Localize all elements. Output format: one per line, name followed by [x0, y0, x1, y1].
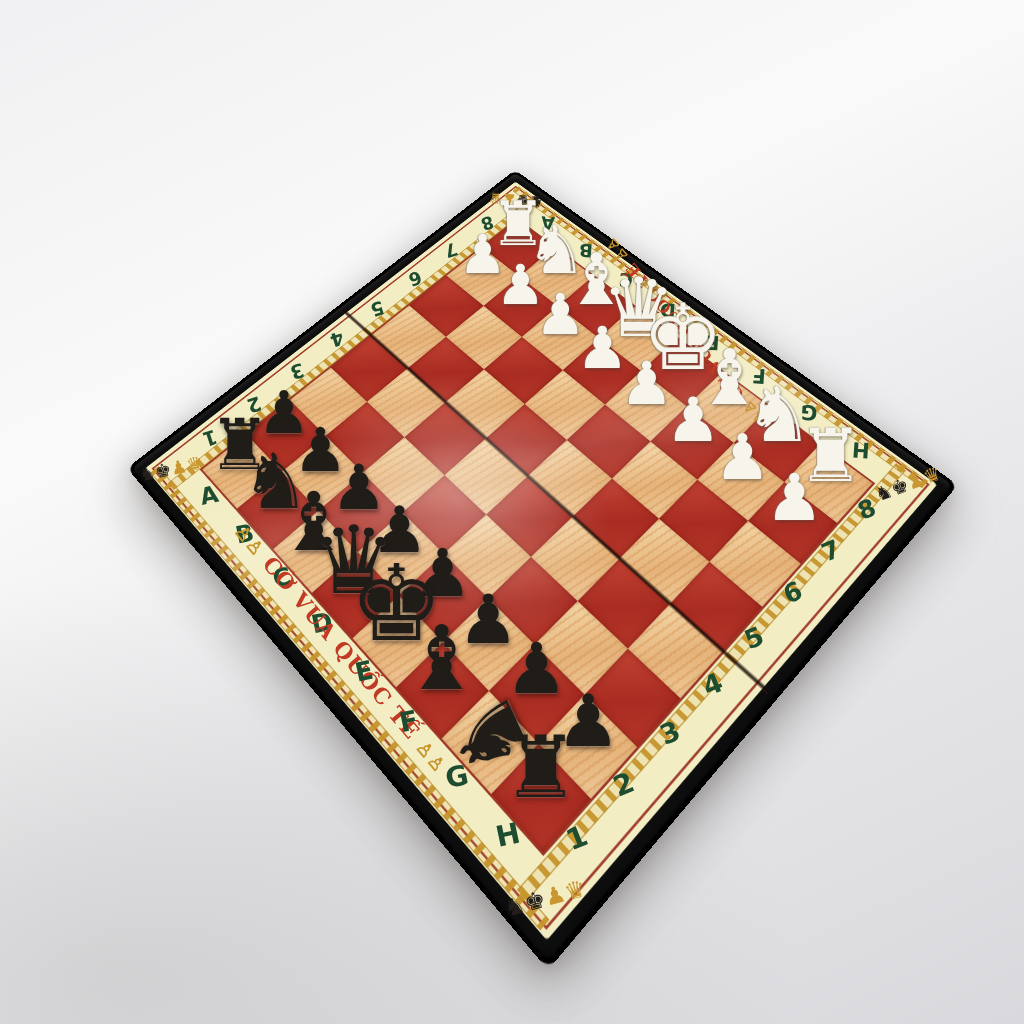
board-grid: [200, 218, 876, 856]
chess-board: AABBCCDDEEFFGGHH1122334455667788♙♙ CỜ VU…: [0, 0, 1024, 1024]
photo-background: AABBCCDDEEFFGGHH1122334455667788♙♙ CỜ VU…: [0, 0, 1024, 1024]
board-plane: [127, 170, 958, 970]
